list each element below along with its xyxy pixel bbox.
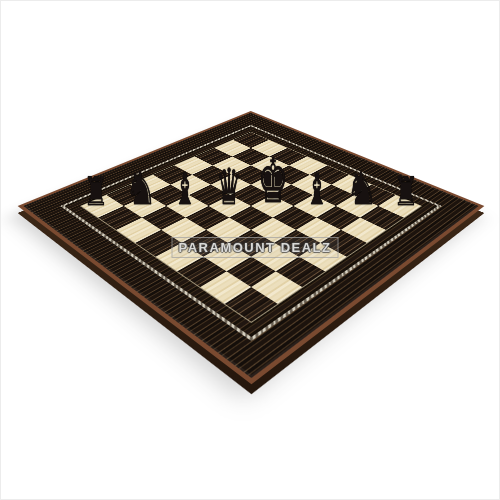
piece-black-king: ♚ [258,150,289,212]
piece-black-bishop: ♝ [305,168,328,211]
piece-black-rook: ♜ [83,171,109,211]
product-photo: ♜♞♝♛♚♝♞♜ PARAMOUNT DEALZ [0,0,500,500]
watermark: PARAMOUNT DEALZ [172,237,339,258]
piece-black-bishop: ♝ [173,168,196,211]
piece-black-queen: ♛ [216,162,242,212]
piece-black-knight: ♞ [125,166,157,211]
piece-black-knight: ♞ [346,166,378,211]
piece-black-rook: ♜ [393,171,419,211]
